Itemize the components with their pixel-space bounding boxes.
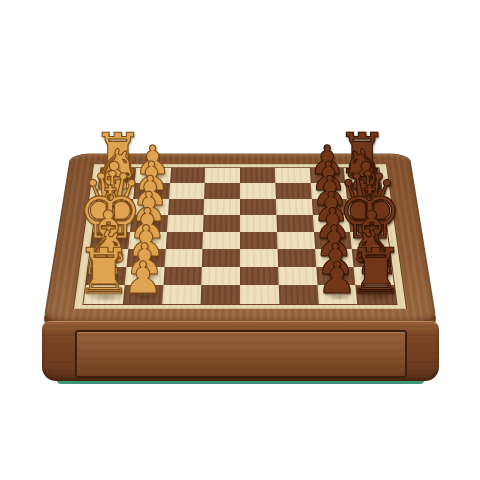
board-square[interactable] (240, 232, 277, 249)
board-square[interactable] (240, 249, 278, 267)
board-square[interactable] (240, 285, 279, 304)
board-square[interactable] (169, 183, 205, 199)
board-square[interactable] (277, 232, 315, 249)
chess-box-product-photo: ♜♟♟♜♞♟♟♞♝♟♟♝♛♟♟♛♚♟♟♚♝♟♟♝♞♟♟♞♜♟♟♜ (0, 0, 480, 480)
board-square[interactable] (203, 215, 240, 232)
board-square[interactable] (168, 199, 205, 215)
board-square[interactable] (201, 267, 240, 285)
storage-drawer[interactable] (75, 330, 407, 378)
board-square[interactable] (278, 267, 317, 285)
board-square[interactable] (202, 249, 240, 267)
piece-black-rook[interactable]: ♜ (348, 239, 404, 302)
board-square[interactable] (204, 199, 240, 215)
board-square[interactable] (276, 215, 313, 232)
board-square[interactable] (166, 215, 203, 232)
board-square[interactable] (276, 199, 313, 215)
board-square[interactable] (163, 267, 202, 285)
board-square[interactable] (201, 285, 240, 304)
board-square[interactable] (165, 232, 203, 249)
board-square[interactable] (205, 168, 240, 183)
board-square[interactable] (275, 168, 311, 183)
box-front (42, 321, 439, 381)
board-square[interactable] (240, 183, 276, 199)
board-square[interactable] (170, 168, 206, 183)
board-square[interactable] (162, 285, 202, 304)
board-square[interactable] (203, 232, 240, 249)
board-square[interactable] (240, 267, 279, 285)
board-square[interactable] (240, 199, 276, 215)
board-square[interactable] (277, 249, 315, 267)
board-square[interactable] (204, 183, 240, 199)
board-square[interactable] (240, 215, 277, 232)
piece-white-pawn[interactable]: ♟ (123, 256, 162, 300)
board-square[interactable] (275, 183, 311, 199)
board-square[interactable] (279, 285, 319, 304)
board-square[interactable] (164, 249, 202, 267)
board-square[interactable] (240, 168, 275, 183)
